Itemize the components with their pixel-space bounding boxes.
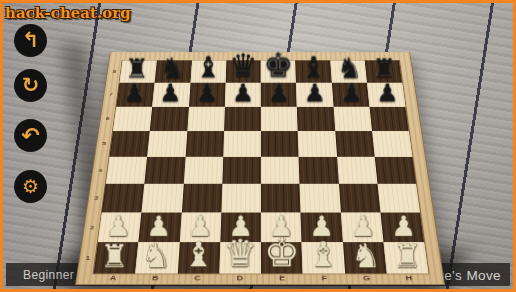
square-h1[interactable]: ♜ (383, 242, 428, 273)
square-f7[interactable]: ♟ (296, 83, 333, 106)
square-h6[interactable] (369, 106, 409, 131)
piece-black-pawn[interactable]: ♟ (196, 81, 218, 106)
file-label-g: G (345, 273, 388, 282)
piece-black-pawn[interactable]: ♟ (304, 81, 326, 106)
file-label-a: A (91, 273, 134, 282)
square-g3[interactable] (338, 184, 380, 212)
square-c1[interactable]: ♝ (177, 242, 220, 273)
file-labels: ABCDEFGH (91, 273, 430, 282)
settings-button[interactable]: ⚙ (14, 170, 47, 203)
undo-move-button[interactable]: ↶ (14, 119, 47, 152)
watermark-text: hack-cheat.org (5, 4, 131, 22)
square-a6[interactable] (113, 106, 152, 131)
chess-app-screen: Beginner 1.White's Move ♜♞♝♛♚♝♞♜♟♟♟♟♟♟♟♟… (0, 0, 516, 292)
rank-label-6: 6 (102, 106, 114, 131)
square-c3[interactable] (181, 184, 222, 212)
square-b5[interactable] (147, 131, 187, 157)
square-a5[interactable] (109, 131, 149, 157)
square-g7[interactable]: ♟ (332, 83, 370, 106)
file-label-d: D (219, 273, 261, 282)
square-g5[interactable] (335, 131, 375, 157)
piece-black-pawn[interactable]: ♟ (232, 81, 254, 106)
piece-black-pawn[interactable]: ♟ (123, 81, 145, 106)
file-label-c: C (176, 273, 219, 282)
square-f6[interactable] (297, 106, 335, 131)
piece-white-knight[interactable]: ♞ (350, 238, 380, 272)
square-d6[interactable] (224, 106, 261, 131)
square-e4[interactable] (261, 157, 300, 184)
back-arrow-icon: ↰ (22, 30, 40, 51)
piece-black-pawn[interactable]: ♟ (159, 81, 181, 106)
square-b3[interactable] (142, 184, 184, 212)
square-f4[interactable] (299, 157, 339, 184)
square-b4[interactable] (145, 157, 186, 184)
square-c7[interactable]: ♟ (189, 83, 226, 106)
piece-white-rook[interactable]: ♜ (393, 240, 421, 272)
file-label-e: E (261, 273, 303, 282)
square-d4[interactable] (222, 157, 261, 184)
file-label-h: H (387, 273, 430, 282)
piece-white-king[interactable]: ♚ (264, 232, 299, 272)
square-f3[interactable] (300, 184, 341, 212)
chess-board-frame: ♜♞♝♛♚♝♞♜♟♟♟♟♟♟♟♟♟♟♟♟♟♟♟♟♜♞♝♛♚♝♞♜ ABCDEFG… (75, 52, 445, 285)
chess-board[interactable]: ♜♞♝♛♚♝♞♜♟♟♟♟♟♟♟♟♟♟♟♟♟♟♟♟♜♞♝♛♚♝♞♜ (92, 60, 429, 274)
piece-black-queen[interactable]: ♛ (229, 50, 257, 82)
square-e5[interactable] (261, 131, 299, 157)
square-g1[interactable]: ♞ (343, 242, 387, 273)
square-e6[interactable] (261, 106, 298, 131)
piece-white-queen[interactable]: ♛ (223, 234, 257, 272)
piece-black-king[interactable]: ♚ (264, 48, 294, 81)
square-e7[interactable]: ♟ (261, 83, 297, 106)
rotate-board-button[interactable]: ↻ (14, 69, 47, 102)
square-h3[interactable] (377, 184, 420, 212)
square-f1[interactable]: ♝ (302, 242, 345, 273)
square-a4[interactable] (106, 157, 148, 184)
square-g6[interactable] (333, 106, 372, 131)
piece-white-knight[interactable]: ♞ (141, 238, 171, 272)
square-b7[interactable]: ♟ (152, 83, 190, 106)
square-d7[interactable]: ♟ (225, 83, 261, 106)
square-e1[interactable]: ♚ (261, 242, 303, 273)
square-g4[interactable] (337, 157, 378, 184)
rotate-icon: ↻ (22, 75, 40, 96)
square-h7[interactable]: ♟ (367, 83, 406, 106)
piece-white-rook[interactable]: ♜ (100, 240, 128, 272)
piece-black-pawn[interactable]: ♟ (340, 81, 362, 106)
gear-icon: ⚙ (22, 177, 39, 196)
file-label-b: B (134, 273, 177, 282)
piece-white-bishop[interactable]: ♝ (308, 237, 339, 272)
undo-icon: ↶ (21, 125, 39, 147)
square-d1[interactable]: ♛ (219, 242, 261, 273)
square-c6[interactable] (187, 106, 225, 131)
square-f5[interactable] (298, 131, 337, 157)
square-h5[interactable] (372, 131, 413, 157)
difficulty-label: Beginner (23, 268, 74, 282)
square-c4[interactable] (183, 157, 223, 184)
piece-white-bishop[interactable]: ♝ (183, 237, 214, 272)
square-b1[interactable]: ♞ (135, 242, 179, 273)
piece-black-pawn[interactable]: ♟ (268, 81, 290, 106)
back-button[interactable]: ↰ (14, 24, 47, 57)
square-b6[interactable] (150, 106, 189, 131)
square-c5[interactable] (185, 131, 224, 157)
square-a7[interactable]: ♟ (116, 83, 155, 106)
square-e3[interactable] (261, 184, 301, 212)
square-d3[interactable] (221, 184, 261, 212)
piece-black-pawn[interactable]: ♟ (376, 81, 398, 106)
square-h4[interactable] (374, 157, 416, 184)
square-a3[interactable] (102, 184, 145, 212)
square-a1[interactable]: ♜ (94, 242, 139, 273)
file-label-f: F (303, 273, 346, 282)
square-d5[interactable] (223, 131, 261, 157)
